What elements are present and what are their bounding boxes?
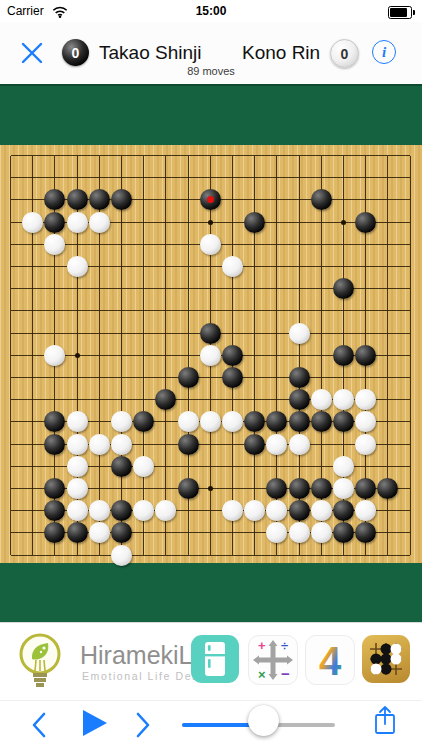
white-stone xyxy=(311,389,332,410)
white-stone xyxy=(89,500,110,521)
close-button[interactable] xyxy=(20,41,44,65)
battery-icon xyxy=(388,6,412,19)
white-stone xyxy=(266,434,287,455)
svg-text:4: 4 xyxy=(319,639,342,683)
table-felt-top xyxy=(0,84,422,147)
white-stone xyxy=(355,500,376,521)
white-stone xyxy=(133,500,154,521)
move-slider[interactable] xyxy=(182,707,335,743)
white-stone xyxy=(155,500,176,521)
black-stone xyxy=(44,212,65,233)
black-stone xyxy=(355,522,376,543)
share-button[interactable] xyxy=(372,704,398,738)
number-4-app-icon[interactable]: 4 xyxy=(305,635,355,685)
black-stone xyxy=(89,189,110,210)
star-point xyxy=(75,353,80,358)
white-stone xyxy=(133,456,154,477)
black-stone xyxy=(311,478,332,499)
black-stone xyxy=(178,367,199,388)
black-stone xyxy=(289,389,310,410)
black-stone xyxy=(200,323,221,344)
black-stone xyxy=(44,189,65,210)
next-move-button[interactable] xyxy=(134,711,152,739)
black-stone xyxy=(266,478,287,499)
black-stone xyxy=(44,434,65,455)
go-board[interactable] xyxy=(0,145,422,563)
white-stone xyxy=(89,522,110,543)
star-point xyxy=(341,220,346,225)
white-stone xyxy=(111,434,132,455)
white-stone xyxy=(333,456,354,477)
black-stone xyxy=(111,189,132,210)
black-stone xyxy=(289,500,310,521)
white-captures: 0 xyxy=(341,46,349,62)
lightbulb-leaf-icon xyxy=(8,629,72,695)
white-stone xyxy=(244,500,265,521)
black-stone xyxy=(244,212,265,233)
black-stone xyxy=(333,522,354,543)
white-stone xyxy=(266,522,287,543)
black-stone xyxy=(44,500,65,521)
white-stone xyxy=(289,522,310,543)
play-button[interactable] xyxy=(83,710,107,736)
black-stone xyxy=(311,189,332,210)
white-stone xyxy=(67,411,88,432)
black-stone xyxy=(244,411,265,432)
black-stone xyxy=(200,189,221,210)
move-count: 89 moves xyxy=(0,65,422,77)
white-stone xyxy=(44,234,65,255)
white-stone xyxy=(89,212,110,233)
black-stone xyxy=(222,367,243,388)
white-stone xyxy=(200,234,221,255)
white-stone xyxy=(311,500,332,521)
black-stone xyxy=(355,212,376,233)
svg-text:×: × xyxy=(258,667,266,682)
star-point xyxy=(208,220,213,225)
star-point xyxy=(208,486,213,491)
white-stone xyxy=(67,212,88,233)
black-stone xyxy=(355,478,376,499)
white-stone xyxy=(67,456,88,477)
black-stone xyxy=(67,189,88,210)
math-arrows-app-icon[interactable]: + ÷ × − xyxy=(248,635,298,685)
black-stone xyxy=(44,478,65,499)
black-captures: 0 xyxy=(72,45,80,61)
svg-text:+: + xyxy=(258,638,266,653)
slider-thumb[interactable] xyxy=(248,705,279,736)
white-stone xyxy=(222,411,243,432)
white-stone xyxy=(178,411,199,432)
white-stone xyxy=(311,522,332,543)
white-stone xyxy=(22,212,43,233)
clock: 15:00 xyxy=(0,4,422,18)
white-stone xyxy=(67,500,88,521)
fridge-app-icon[interactable] xyxy=(191,635,239,683)
brand-toolbar: HiramekiLab Emotional Life Design + ÷ × … xyxy=(0,622,422,701)
white-stone xyxy=(200,411,221,432)
last-move-marker xyxy=(207,196,214,203)
app-screen: Carrier 15:00 0 Takao Shinji Kono Rin 0 … xyxy=(0,0,422,750)
nav-bar: 0 Takao Shinji Kono Rin 0 i 89 moves xyxy=(0,22,422,84)
black-stone xyxy=(155,389,176,410)
info-button[interactable]: i xyxy=(372,40,396,64)
white-stone xyxy=(333,478,354,499)
black-stone xyxy=(67,522,88,543)
black-stone xyxy=(289,478,310,499)
black-player-name: Takao Shinji xyxy=(99,42,201,64)
status-bar: Carrier 15:00 xyxy=(0,0,422,22)
svg-text:−: − xyxy=(281,665,290,682)
black-stone xyxy=(355,345,376,366)
black-stone xyxy=(289,367,310,388)
table-felt-bottom xyxy=(0,563,422,622)
black-stone xyxy=(44,522,65,543)
black-stone xyxy=(311,411,332,432)
playback-bar xyxy=(0,700,422,750)
black-stone xyxy=(111,522,132,543)
black-stone xyxy=(289,411,310,432)
black-stone xyxy=(333,278,354,299)
black-stone xyxy=(111,500,132,521)
black-stone xyxy=(44,411,65,432)
go-board-app-icon[interactable] xyxy=(362,635,410,683)
white-stone xyxy=(333,389,354,410)
white-stone xyxy=(266,500,287,521)
white-stone xyxy=(289,434,310,455)
black-stone xyxy=(377,478,398,499)
white-stone xyxy=(44,345,65,366)
black-stone xyxy=(266,411,287,432)
white-captures-badge: 0 xyxy=(330,39,359,68)
white-player-name: Kono Rin xyxy=(242,42,320,64)
white-stone xyxy=(67,434,88,455)
white-stone xyxy=(289,323,310,344)
black-captures-badge: 0 xyxy=(62,39,89,66)
white-stone xyxy=(67,256,88,277)
black-stone xyxy=(222,345,243,366)
black-stone xyxy=(178,434,199,455)
white-stone xyxy=(222,256,243,277)
prev-move-button[interactable] xyxy=(30,711,48,739)
black-stone xyxy=(333,345,354,366)
black-stone xyxy=(333,411,354,432)
black-stone xyxy=(244,434,265,455)
svg-text:÷: ÷ xyxy=(281,638,288,653)
white-stone xyxy=(111,411,132,432)
white-stone xyxy=(355,411,376,432)
white-stone xyxy=(200,345,221,366)
black-stone xyxy=(111,456,132,477)
black-stone xyxy=(178,478,199,499)
white-stone xyxy=(67,478,88,499)
white-stone xyxy=(355,434,376,455)
black-stone xyxy=(133,411,154,432)
black-stone xyxy=(333,500,354,521)
white-stone xyxy=(89,434,110,455)
white-stone xyxy=(111,545,132,566)
white-stone xyxy=(355,389,376,410)
white-stone xyxy=(222,500,243,521)
